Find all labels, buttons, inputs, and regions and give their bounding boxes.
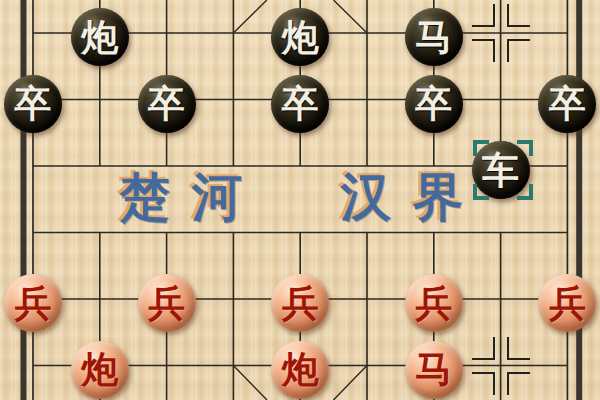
piece-red-cannon[interactable]: 炮	[271, 341, 329, 399]
piece-black-soldier[interactable]: 卒	[271, 75, 329, 133]
piece-black-soldier[interactable]: 卒	[405, 75, 463, 133]
piece-black-soldier[interactable]: 卒	[4, 75, 62, 133]
last-move-marker-icon	[472, 4, 530, 62]
piece-character: 卒	[415, 85, 452, 122]
piece-character: 卒	[148, 85, 185, 122]
xiangqi-board[interactable]: 楚河 汉界 炮炮马卒卒卒卒卒车兵兵兵兵兵炮炮马	[0, 0, 600, 400]
piece-red-soldier[interactable]: 兵	[4, 274, 62, 332]
piece-character: 卒	[15, 85, 52, 122]
piece-character: 卒	[282, 85, 319, 122]
last-move-marker-icon	[472, 337, 530, 395]
tr-corner	[507, 4, 530, 27]
tl-corner	[473, 140, 489, 156]
br-corner	[507, 39, 530, 62]
piece-character: 兵	[282, 285, 319, 322]
piece-character: 炮	[282, 19, 319, 56]
piece-character: 炮	[81, 351, 118, 388]
piece-red-soldier[interactable]: 兵	[138, 274, 196, 332]
piece-character: 兵	[415, 285, 452, 322]
tr-corner	[507, 337, 530, 360]
piece-black-cannon[interactable]: 炮	[271, 8, 329, 66]
tl-corner	[472, 4, 495, 27]
piece-character: 兵	[15, 285, 52, 322]
piece-black-cannon[interactable]: 炮	[71, 8, 129, 66]
tr-corner	[517, 140, 533, 156]
piece-black-horse[interactable]: 马	[405, 8, 463, 66]
piece-red-soldier[interactable]: 兵	[271, 274, 329, 332]
board-piece-layer: 炮炮马卒卒卒卒卒车兵兵兵兵兵炮炮马	[0, 0, 600, 399]
tl-corner	[472, 337, 495, 360]
piece-black-soldier[interactable]: 卒	[538, 75, 596, 133]
piece-red-cannon[interactable]: 炮	[71, 341, 129, 399]
piece-red-soldier[interactable]: 兵	[538, 274, 596, 332]
piece-character: 兵	[549, 285, 586, 322]
bl-corner	[472, 39, 495, 62]
bl-corner	[473, 184, 489, 200]
piece-character: 兵	[148, 285, 185, 322]
piece-character: 卒	[549, 85, 586, 122]
piece-red-soldier[interactable]: 兵	[405, 274, 463, 332]
piece-character: 马	[415, 351, 452, 388]
piece-character: 炮	[81, 19, 118, 56]
br-corner	[517, 184, 533, 200]
piece-black-soldier[interactable]: 卒	[138, 75, 196, 133]
piece-red-horse[interactable]: 马	[405, 341, 463, 399]
piece-character: 炮	[282, 351, 319, 388]
piece-character: 马	[415, 19, 452, 56]
bl-corner	[472, 372, 495, 395]
br-corner	[507, 372, 530, 395]
selected-piece-bracket	[473, 140, 533, 200]
